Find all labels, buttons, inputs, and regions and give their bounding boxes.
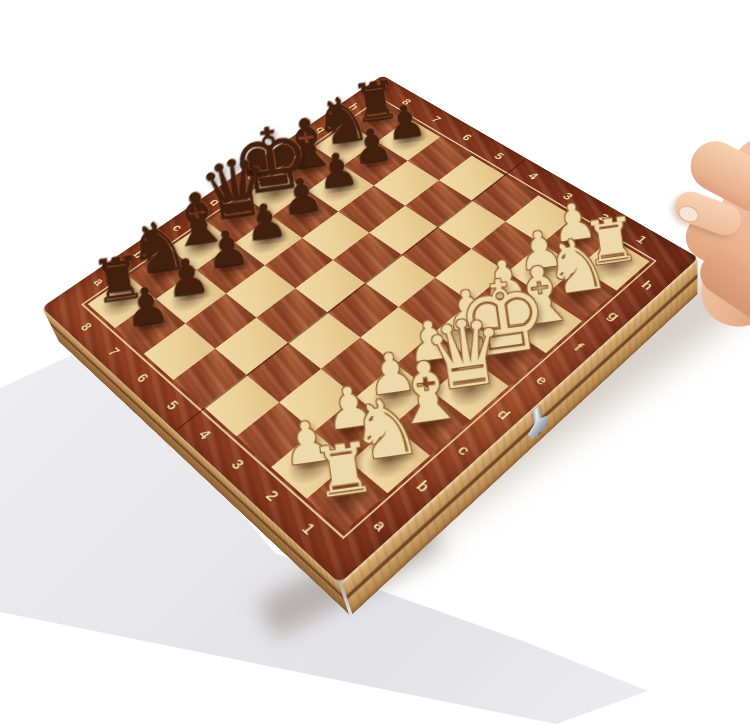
hand	[632, 140, 750, 315]
scene: abcdefgh abcdefgh 87654321 87654321 ♜♞♟♝…	[100, 18, 631, 549]
pieces-layer: ♜♞♟♝♟♚♟♛♟♝♟♞♟♜♟♟♟♟♜♟♞♟♝♟♚♟♛♟♝♟♞♜	[88, 101, 650, 532]
chess-board: abcdefgh abcdefgh 87654321 87654321 ♜♞♟♝…	[42, 75, 699, 583]
scene-wrapper: abcdefgh abcdefgh 87654321 87654321 ♜♞♟♝…	[0, 0, 750, 724]
clasp-screw	[538, 431, 541, 436]
